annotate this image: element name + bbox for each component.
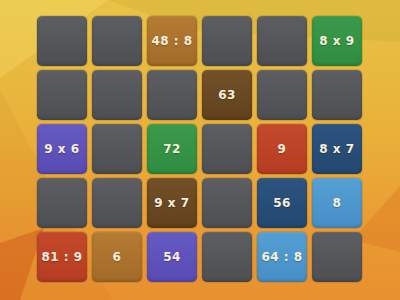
card-face-down-r2c1[interactable] [37, 70, 87, 120]
card-revealed-r5c2[interactable]: 6 [92, 232, 142, 282]
card-revealed-r1c3[interactable]: 48 : 8 [147, 16, 197, 66]
card-label: 8 [333, 196, 342, 210]
card-revealed-r3c6[interactable]: 8 x 7 [312, 124, 362, 174]
card-label: 8 x 7 [319, 142, 354, 156]
card-revealed-r5c5[interactable]: 64 : 8 [257, 232, 307, 282]
card-revealed-r4c3[interactable]: 9 x 7 [147, 178, 197, 228]
card-revealed-r5c3[interactable]: 54 [147, 232, 197, 282]
card-face-down-r1c2[interactable] [92, 16, 142, 66]
card-label: 64 : 8 [261, 250, 302, 264]
card-face-down-r2c2[interactable] [92, 70, 142, 120]
card-face-down-r4c1[interactable] [37, 178, 87, 228]
card-face-down-r3c2[interactable] [92, 124, 142, 174]
card-face-down-r1c5[interactable] [257, 16, 307, 66]
card-face-down-r2c5[interactable] [257, 70, 307, 120]
card-label: 6 [113, 250, 122, 264]
card-label: 9 [278, 142, 287, 156]
card-face-down-r5c6[interactable] [312, 232, 362, 282]
card-face-down-r4c2[interactable] [92, 178, 142, 228]
card-label: 54 [163, 250, 181, 264]
card-face-down-r1c1[interactable] [37, 16, 87, 66]
card-face-down-r1c4[interactable] [202, 16, 252, 66]
card-face-down-r5c4[interactable] [202, 232, 252, 282]
card-revealed-r3c5[interactable]: 9 [257, 124, 307, 174]
card-revealed-r1c6[interactable]: 8 x 9 [312, 16, 362, 66]
card-revealed-r2c4[interactable]: 63 [202, 70, 252, 120]
card-face-down-r4c4[interactable] [202, 178, 252, 228]
card-label: 9 x 6 [44, 142, 79, 156]
card-label: 48 : 8 [151, 34, 192, 48]
card-label: 81 : 9 [41, 250, 82, 264]
card-face-down-r3c4[interactable] [202, 124, 252, 174]
card-label: 72 [163, 142, 181, 156]
card-revealed-r5c1[interactable]: 81 : 9 [37, 232, 87, 282]
card-label: 8 x 9 [319, 34, 354, 48]
card-revealed-r4c5[interactable]: 56 [257, 178, 307, 228]
card-face-down-r2c3[interactable] [147, 70, 197, 120]
card-revealed-r3c3[interactable]: 72 [147, 124, 197, 174]
card-label: 56 [273, 196, 291, 210]
board: 48 : 88 x 9639 x 67298 x 79 x 756881 : 9… [37, 16, 362, 282]
card-revealed-r4c6[interactable]: 8 [312, 178, 362, 228]
card-label: 9 x 7 [154, 196, 189, 210]
card-face-down-r2c6[interactable] [312, 70, 362, 120]
card-label: 63 [218, 88, 236, 102]
card-revealed-r3c1[interactable]: 9 x 6 [37, 124, 87, 174]
